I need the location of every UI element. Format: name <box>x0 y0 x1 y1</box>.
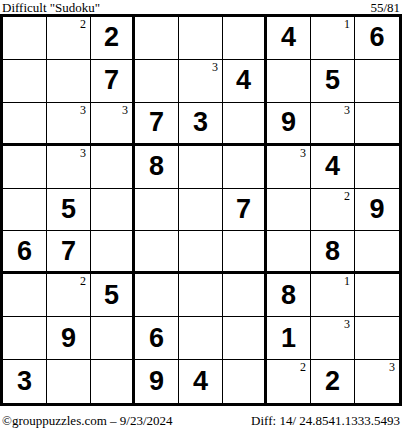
cell-r6c6[interactable] <box>223 231 267 274</box>
pencil-mark: 1 <box>344 275 350 287</box>
cell-r4c4[interactable]: 8 <box>135 146 179 189</box>
given-value: 4 <box>193 368 208 395</box>
cell-r4c3[interactable] <box>91 146 135 189</box>
pencil-mark: 3 <box>300 147 306 159</box>
cell-r7c1[interactable] <box>3 274 47 317</box>
cell-r1c5[interactable] <box>179 17 223 60</box>
pencil-mark: 2 <box>80 275 86 287</box>
pencil-mark: 3 <box>344 318 350 330</box>
cell-r8c2[interactable]: 9 <box>47 317 91 360</box>
given-value: 7 <box>236 196 251 223</box>
cell-r7c9[interactable] <box>355 274 399 317</box>
cell-r4c1[interactable] <box>3 146 47 189</box>
given-value: 1 <box>281 325 296 352</box>
cell-r3c5[interactable]: 3 <box>179 103 223 146</box>
cell-r9c6[interactable] <box>223 360 267 403</box>
cell-r4c7[interactable]: 3 <box>267 146 311 189</box>
cell-r6c5[interactable] <box>179 231 223 274</box>
difficulty-text: Diff: 14/ 24.8541.1333.5493 <box>251 413 400 428</box>
given-value: 2 <box>325 368 340 395</box>
cell-r8c1[interactable] <box>3 317 47 360</box>
cell-r2c4[interactable] <box>135 60 179 103</box>
cell-r9c8[interactable]: 2 <box>311 360 355 403</box>
cell-r3c8[interactable]: 3 <box>311 103 355 146</box>
given-value: 4 <box>281 24 296 51</box>
cell-r5c2[interactable]: 5 <box>47 189 91 232</box>
cell-r7c4[interactable] <box>135 274 179 317</box>
cell-r7c3[interactable]: 5 <box>91 274 135 317</box>
cell-r8c5[interactable] <box>179 317 223 360</box>
cell-r7c8[interactable]: 1 <box>311 274 355 317</box>
cell-r2c1[interactable] <box>3 60 47 103</box>
cell-r6c4[interactable] <box>135 231 179 274</box>
given-value: 7 <box>61 238 76 265</box>
given-value: 6 <box>369 24 384 51</box>
cell-r7c2[interactable]: 2 <box>47 274 91 317</box>
cell-r7c6[interactable] <box>223 274 267 317</box>
given-value: 8 <box>281 282 296 309</box>
pencil-mark: 1 <box>344 18 350 30</box>
pencil-mark: 3 <box>344 104 350 116</box>
cell-r2c7[interactable] <box>267 60 311 103</box>
cell-r5c8[interactable]: 2 <box>311 189 355 232</box>
header: Difficult "Sudoku" 55/81 <box>0 0 402 14</box>
given-value: 5 <box>325 67 340 94</box>
cell-r4c2[interactable]: 3 <box>47 146 91 189</box>
cell-r3c1[interactable] <box>3 103 47 146</box>
cell-r1c3[interactable]: 2 <box>91 17 135 60</box>
cell-r2c3[interactable]: 7 <box>91 60 135 103</box>
cell-r3c9[interactable] <box>355 103 399 146</box>
cell-r5c9[interactable]: 9 <box>355 189 399 232</box>
cell-r8c9[interactable] <box>355 317 399 360</box>
cell-r1c9[interactable]: 6 <box>355 17 399 60</box>
cell-r6c2[interactable]: 7 <box>47 231 91 274</box>
cell-r1c2[interactable]: 2 <box>47 17 91 60</box>
cell-r4c9[interactable] <box>355 146 399 189</box>
cell-r1c4[interactable] <box>135 17 179 60</box>
given-value: 5 <box>61 196 76 223</box>
cell-r2c5[interactable]: 3 <box>179 60 223 103</box>
cell-r9c2[interactable] <box>47 360 91 403</box>
given-value: 9 <box>61 325 76 352</box>
cell-r6c7[interactable] <box>267 231 311 274</box>
cell-r4c8[interactable]: 4 <box>311 146 355 189</box>
cell-r3c3[interactable]: 3 <box>91 103 135 146</box>
cell-r1c1[interactable] <box>3 17 47 60</box>
cell-r5c4[interactable] <box>135 189 179 232</box>
cell-r9c4[interactable]: 9 <box>135 360 179 403</box>
cell-r6c8[interactable]: 8 <box>311 231 355 274</box>
pencil-mark: 3 <box>212 61 218 73</box>
given-value: 7 <box>104 67 119 94</box>
pencil-mark: 3 <box>389 361 395 373</box>
cell-r7c7[interactable]: 8 <box>267 274 311 317</box>
pencil-mark: 2 <box>344 190 350 202</box>
cell-r3c4[interactable]: 7 <box>135 103 179 146</box>
given-value: 4 <box>236 67 251 94</box>
cell-r8c7[interactable]: 1 <box>267 317 311 360</box>
given-value: 6 <box>149 325 164 352</box>
given-value: 9 <box>149 368 164 395</box>
given-value: 4 <box>325 153 340 180</box>
cell-r8c6[interactable] <box>223 317 267 360</box>
cell-r8c4[interactable]: 6 <box>135 317 179 360</box>
cell-r6c9[interactable] <box>355 231 399 274</box>
credit-text: ©grouppuzzles.com – 9/23/2024 <box>2 413 173 428</box>
cell-r3c6[interactable] <box>223 103 267 146</box>
given-value: 3 <box>17 368 32 395</box>
cell-r9c9[interactable]: 3 <box>355 360 399 403</box>
cell-r6c1[interactable]: 6 <box>3 231 47 274</box>
cell-r9c3[interactable] <box>91 360 135 403</box>
cell-r5c5[interactable] <box>179 189 223 232</box>
footer: ©grouppuzzles.com – 9/23/2024 Diff: 14/ … <box>0 413 402 428</box>
pencil-mark: 3 <box>80 104 86 116</box>
cell-r4c5[interactable] <box>179 146 223 189</box>
cell-r9c5[interactable]: 4 <box>179 360 223 403</box>
progress-counter: 55/81 <box>370 1 400 14</box>
pencil-mark: 3 <box>80 147 86 159</box>
cell-r2c8[interactable]: 5 <box>311 60 355 103</box>
given-value: 9 <box>369 196 384 223</box>
cell-r5c1[interactable] <box>3 189 47 232</box>
cell-r1c8[interactable]: 1 <box>311 17 355 60</box>
cell-r3c7[interactable]: 9 <box>267 103 311 146</box>
pencil-mark: 2 <box>300 361 306 373</box>
cell-r9c7[interactable]: 2 <box>267 360 311 403</box>
cell-r5c6[interactable]: 7 <box>223 189 267 232</box>
cell-r2c2[interactable] <box>47 60 91 103</box>
cell-r1c6[interactable] <box>223 17 267 60</box>
cell-r9c1[interactable]: 3 <box>3 360 47 403</box>
sudoku-grid: 2241673453373933834572967825819613394223 <box>0 14 402 406</box>
cell-r2c6[interactable]: 4 <box>223 60 267 103</box>
pencil-mark: 2 <box>80 18 86 30</box>
cell-r8c8[interactable]: 3 <box>311 317 355 360</box>
cell-r2c9[interactable] <box>355 60 399 103</box>
given-value: 9 <box>281 109 296 136</box>
cell-r8c3[interactable] <box>91 317 135 360</box>
cell-r7c5[interactable] <box>179 274 223 317</box>
given-value: 8 <box>325 238 340 265</box>
pencil-mark: 3 <box>122 104 128 116</box>
given-value: 8 <box>149 153 164 180</box>
cell-r4c6[interactable] <box>223 146 267 189</box>
given-value: 3 <box>193 109 208 136</box>
cell-r1c7[interactable]: 4 <box>267 17 311 60</box>
cell-r5c7[interactable] <box>267 189 311 232</box>
puzzle-title: Difficult "Sudoku" <box>2 1 100 14</box>
cell-r3c2[interactable]: 3 <box>47 103 91 146</box>
given-value: 2 <box>104 24 119 51</box>
given-value: 5 <box>104 282 119 309</box>
given-value: 7 <box>149 109 164 136</box>
cell-r5c3[interactable] <box>91 189 135 232</box>
cell-r6c3[interactable] <box>91 231 135 274</box>
given-value: 6 <box>17 238 32 265</box>
